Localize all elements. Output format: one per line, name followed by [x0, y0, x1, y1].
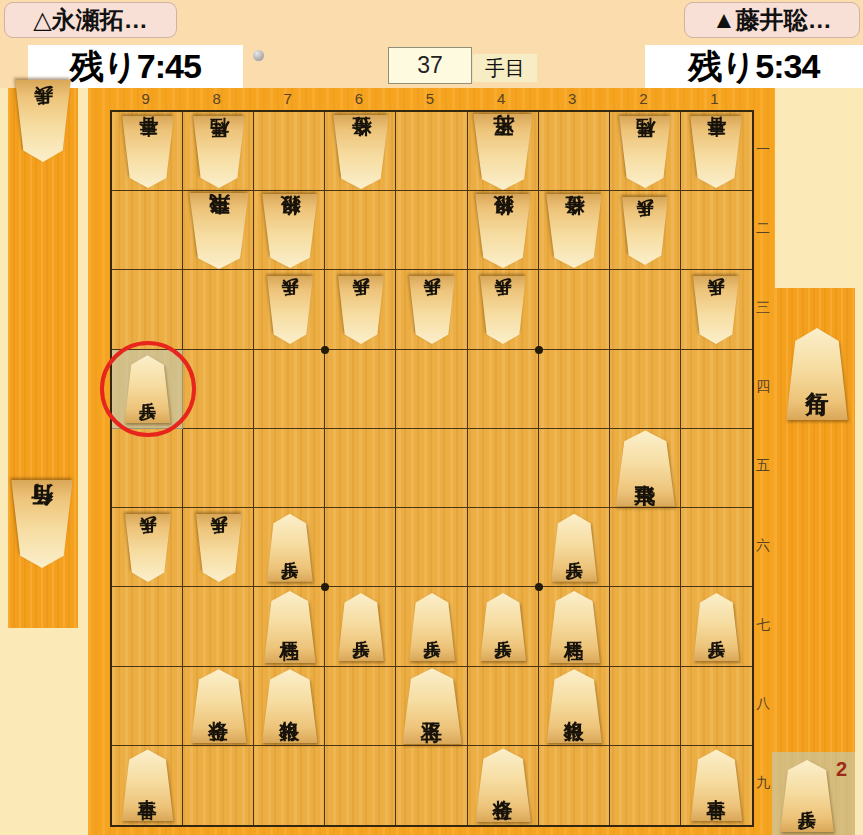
- sente-clock-text: 残り5:34: [689, 44, 820, 90]
- board-square[interactable]: [681, 429, 752, 508]
- board-square[interactable]: [325, 350, 396, 429]
- piece-金将-4九[interactable]: 金将: [474, 748, 532, 822]
- rank-label-4: 四: [752, 348, 774, 427]
- file-label-4: 4: [466, 90, 537, 110]
- board-square[interactable]: [325, 508, 396, 587]
- file-label-1: 1: [679, 90, 750, 110]
- rank-label-2: 二: [752, 189, 774, 268]
- file-label-5: 5: [394, 90, 465, 110]
- piece-歩兵-3六[interactable]: 歩兵: [550, 514, 598, 582]
- piece-歩兵-9六[interactable]: 歩兵: [124, 514, 172, 582]
- rank-label-3: 三: [752, 268, 774, 347]
- board-square[interactable]: [325, 191, 396, 270]
- piece-玉将-5八[interactable]: 玉将: [401, 668, 463, 744]
- piece-歩兵-1三[interactable]: 歩兵: [692, 276, 740, 344]
- board-square[interactable]: [610, 746, 681, 825]
- piece-香車-1九[interactable]: 香車: [689, 749, 743, 821]
- sente-clock: 残り5:34: [645, 45, 863, 88]
- board-square[interactable]: [325, 746, 396, 825]
- sente-name: ▲藤井聡…: [712, 4, 832, 36]
- piece-銀将-4二[interactable]: 銀将: [474, 194, 532, 268]
- piece-銀将-3八[interactable]: 銀将: [545, 669, 603, 743]
- board-square[interactable]: [254, 112, 325, 191]
- board-square[interactable]: [112, 667, 183, 746]
- board-square[interactable]: [539, 746, 610, 825]
- board-square[interactable]: [610, 587, 681, 666]
- board-square[interactable]: [112, 429, 183, 508]
- board-square[interactable]: [254, 746, 325, 825]
- piece-歩兵-4七[interactable]: 歩兵: [479, 593, 527, 661]
- piece-歩兵-2二[interactable]: 歩兵: [621, 197, 669, 265]
- file-label-6: 6: [323, 90, 394, 110]
- shogi-board[interactable]: 香車桂馬金将王将桂馬香車飛車銀将銀将金将歩兵歩兵歩兵歩兵歩兵歩兵歩兵飛車歩兵歩兵…: [110, 110, 754, 827]
- board-square[interactable]: [183, 270, 254, 349]
- rank-label-9: 九: [752, 744, 774, 823]
- piece-桂馬-7七[interactable]: 桂馬: [263, 591, 317, 663]
- sente-nameplate[interactable]: ▲藤井聡…: [684, 2, 860, 38]
- board-square[interactable]: [681, 667, 752, 746]
- file-label-8: 8: [181, 90, 252, 110]
- piece-金将-6一[interactable]: 金将: [332, 115, 390, 189]
- file-label-3: 3: [537, 90, 608, 110]
- board-square[interactable]: [539, 112, 610, 191]
- rank-label-1: 一: [752, 110, 774, 189]
- board-square[interactable]: [396, 191, 467, 270]
- piece-歩兵-7三[interactable]: 歩兵: [266, 276, 314, 344]
- piece-歩兵-7六[interactable]: 歩兵: [266, 514, 314, 582]
- piece-銀将-7八[interactable]: 銀将: [261, 669, 319, 743]
- board-square[interactable]: [112, 270, 183, 349]
- rank-label-7: 七: [752, 585, 774, 664]
- last-move-circle: [100, 341, 196, 437]
- piece-桂馬-2一[interactable]: 桂馬: [618, 116, 672, 188]
- piece-香車-9九[interactable]: 香車: [121, 749, 175, 821]
- rank-label-5: 五: [752, 427, 774, 506]
- gote-nameplate[interactable]: △永瀬拓…: [4, 2, 177, 38]
- rank-label-8: 八: [752, 665, 774, 744]
- file-labels: 987654321: [110, 90, 750, 110]
- board-square[interactable]: [610, 270, 681, 349]
- board-square[interactable]: [468, 508, 539, 587]
- board-square[interactable]: [539, 270, 610, 349]
- piece-香車-1一[interactable]: 香車: [689, 116, 743, 188]
- board-square[interactable]: [325, 429, 396, 508]
- piece-歩兵-6三[interactable]: 歩兵: [337, 276, 385, 344]
- move-unit-label: 手目: [473, 54, 537, 82]
- board-square[interactable]: [183, 429, 254, 508]
- piece-金将-3二[interactable]: 金将: [545, 194, 603, 268]
- board-square[interactable]: [610, 508, 681, 587]
- board-square[interactable]: [112, 587, 183, 666]
- rank-label-6: 六: [752, 506, 774, 585]
- sente-hand-bishop[interactable]: 角行: [785, 328, 849, 420]
- piece-歩兵-6七[interactable]: 歩兵: [337, 593, 385, 661]
- board-square[interactable]: [112, 191, 183, 270]
- star-point: [535, 583, 543, 591]
- piece-歩兵-8六[interactable]: 歩兵: [195, 514, 243, 582]
- sente-hand-pawn-count: 2: [836, 758, 847, 781]
- gote-hand-bishop[interactable]: 角行: [10, 480, 74, 568]
- piece-桂馬-8一[interactable]: 桂馬: [192, 116, 246, 188]
- board-square[interactable]: [539, 429, 610, 508]
- board-square[interactable]: [539, 350, 610, 429]
- board-square[interactable]: [468, 429, 539, 508]
- rank-labels: 一二三四五六七八九: [752, 110, 774, 823]
- top-bar: △永瀬拓… ▲藤井聡… 残り7:45 残り5:34 37 手目: [0, 0, 863, 88]
- piece-歩兵-5七[interactable]: 歩兵: [408, 593, 456, 661]
- move-number: 37: [417, 52, 443, 79]
- board-square[interactable]: [681, 350, 752, 429]
- board-square[interactable]: [610, 350, 681, 429]
- board-square[interactable]: [325, 667, 396, 746]
- board-square[interactable]: [396, 508, 467, 587]
- piece-歩兵-5三[interactable]: 歩兵: [408, 276, 456, 344]
- star-point: [535, 346, 543, 354]
- board-square[interactable]: [396, 350, 467, 429]
- board-square[interactable]: [396, 112, 467, 191]
- gote-hand-pawn[interactable]: 歩兵: [14, 80, 72, 162]
- board-square[interactable]: [468, 350, 539, 429]
- file-label-9: 9: [110, 90, 181, 110]
- piece-金将-8八[interactable]: 金将: [190, 669, 248, 743]
- move-number-box[interactable]: 37: [388, 47, 472, 84]
- board-square[interactable]: [254, 350, 325, 429]
- file-label-2: 2: [608, 90, 679, 110]
- board-square[interactable]: [396, 429, 467, 508]
- piece-歩兵-4三[interactable]: 歩兵: [479, 276, 527, 344]
- piece-歩兵-1七[interactable]: 歩兵: [692, 593, 740, 661]
- piece-飛車-2五[interactable]: 飛車: [614, 431, 676, 507]
- board-square[interactable]: [681, 191, 752, 270]
- sente-hand-pawn[interactable]: 歩兵: [779, 760, 835, 832]
- piece-香車-9一[interactable]: 香車: [121, 116, 175, 188]
- piece-飛車-8二[interactable]: 飛車: [188, 193, 250, 269]
- file-label-7: 7: [252, 90, 323, 110]
- shogi-app: △永瀬拓… ▲藤井聡… 残り7:45 残り5:34 37 手目 98765432…: [0, 0, 863, 835]
- board-square[interactable]: [468, 667, 539, 746]
- board-square[interactable]: [183, 587, 254, 666]
- board-square[interactable]: [681, 508, 752, 587]
- board-square[interactable]: [183, 746, 254, 825]
- board-square[interactable]: [396, 746, 467, 825]
- board-square[interactable]: [254, 429, 325, 508]
- indicator-dot-icon: [253, 50, 264, 61]
- star-point: [321, 346, 329, 354]
- gote-clock-text: 残り7:45: [70, 44, 201, 90]
- gote-name: △永瀬拓…: [33, 4, 147, 36]
- piece-王将-4一[interactable]: 王将: [472, 114, 534, 190]
- piece-銀将-7二[interactable]: 銀将: [261, 194, 319, 268]
- board-square[interactable]: [610, 667, 681, 746]
- piece-桂馬-3七[interactable]: 桂馬: [547, 591, 601, 663]
